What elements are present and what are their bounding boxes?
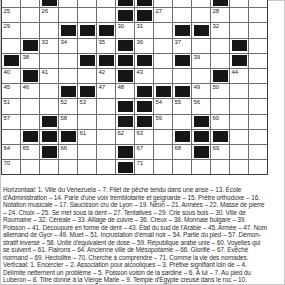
grid-cell[interactable] xyxy=(249,54,267,68)
clue-number: 63 xyxy=(137,130,143,137)
black-cell xyxy=(78,23,96,37)
grid-cell[interactable]: 37 xyxy=(173,39,191,53)
clue-number: 47 xyxy=(99,84,105,91)
grid-cell[interactable] xyxy=(40,54,58,68)
clue-number: 37 xyxy=(175,39,181,46)
grid-cell[interactable]: 66 xyxy=(59,145,77,159)
black-cell xyxy=(2,54,20,68)
grid-cell[interactable] xyxy=(2,0,20,7)
grid-cell[interactable]: 39 xyxy=(192,54,210,68)
grid-cell[interactable] xyxy=(230,130,248,144)
grid-cell[interactable] xyxy=(230,145,248,159)
clue-number: 33 xyxy=(42,39,48,46)
clue-number: 56 xyxy=(194,99,200,106)
grid-cell[interactable] xyxy=(78,0,96,7)
black-cell xyxy=(78,54,96,68)
clue-number: 34 xyxy=(61,39,67,46)
clue-number: 46 xyxy=(23,84,29,91)
grid-cell[interactable] xyxy=(173,69,191,83)
clue-number: 40 xyxy=(4,69,10,76)
clue-number: 48 xyxy=(118,84,124,91)
grid-cell[interactable] xyxy=(154,54,172,68)
grid-cell[interactable] xyxy=(59,69,77,83)
clue-number: 60 xyxy=(213,115,219,122)
crossword-grid: 2526272829303132333435363738394041424344… xyxy=(1,0,268,175)
black-cell xyxy=(135,115,153,129)
grid-cell[interactable]: 31 xyxy=(135,23,153,37)
grid-cell[interactable] xyxy=(249,115,267,129)
grid-cell[interactable] xyxy=(40,84,58,98)
clue-line: se suivent – 61. Flairons – 64. Ancienne… xyxy=(3,246,282,254)
clue-line: allemand de Gyor – 49. Muet – 51. Incrus… xyxy=(3,231,282,239)
grid-cell[interactable] xyxy=(78,39,96,53)
grid-cell[interactable] xyxy=(211,54,229,68)
black-cell xyxy=(230,39,248,53)
grid-cell[interactable] xyxy=(211,160,229,174)
grid-cell[interactable] xyxy=(230,0,248,7)
black-cell xyxy=(116,69,134,83)
grid-cell[interactable] xyxy=(211,99,229,113)
grid-cell[interactable]: 44 xyxy=(230,69,248,83)
grid-cell[interactable]: 64 xyxy=(2,145,20,159)
grid-cell[interactable] xyxy=(249,69,267,83)
clue-number: 39 xyxy=(194,54,200,61)
grid-cell[interactable] xyxy=(40,160,58,174)
black-cell xyxy=(78,84,96,98)
grid-cell[interactable] xyxy=(21,23,39,37)
black-cell xyxy=(135,0,153,7)
grid-cell[interactable]: 45 xyxy=(2,84,20,98)
grid-cell[interactable] xyxy=(154,0,172,7)
grid-cell[interactable]: 42 xyxy=(97,69,115,83)
grid-cell[interactable] xyxy=(230,160,248,174)
black-cell xyxy=(116,160,134,174)
grid-cell[interactable] xyxy=(21,115,39,129)
black-cell xyxy=(135,84,153,98)
grid-cell[interactable]: 51 xyxy=(2,99,20,113)
black-cell xyxy=(192,115,210,129)
black-cell xyxy=(116,8,134,22)
clue-number: 55 xyxy=(175,99,181,106)
clue-line: stratif inversé – 58. Unité d'équivalent… xyxy=(3,239,282,247)
grid-cell[interactable] xyxy=(97,145,115,159)
black-cell xyxy=(211,130,229,144)
grid-cell[interactable]: 52 xyxy=(59,99,77,113)
clue-number: 26 xyxy=(42,8,48,15)
grid-cell[interactable] xyxy=(249,160,267,174)
clue-number: 27 xyxy=(156,8,162,15)
black-cell xyxy=(230,54,248,68)
clue-number: 36 xyxy=(137,39,143,46)
grid-cell[interactable]: 55 xyxy=(173,99,191,113)
clue-number: 38 xyxy=(23,54,29,61)
black-cell xyxy=(192,145,210,159)
grid-cell[interactable] xyxy=(249,0,267,7)
grid-cell[interactable]: 34 xyxy=(59,39,77,53)
clue-number: 57 xyxy=(4,115,10,122)
clue-line: Poisson – 41. Découpure en forme de dent… xyxy=(3,224,282,232)
grid-cell[interactable] xyxy=(97,99,115,113)
black-cell xyxy=(21,39,39,53)
grid-cell[interactable] xyxy=(192,69,210,83)
black-cell xyxy=(21,69,39,83)
grid-cell[interactable]: 53 xyxy=(78,99,96,113)
clue-number: 49 xyxy=(194,84,200,91)
grid-cell[interactable]: 58 xyxy=(59,115,77,129)
crossword-clues: Horizontaal: 1. Ville du Venezuela – 7. … xyxy=(0,186,285,284)
black-cell xyxy=(116,115,134,129)
black-cell xyxy=(40,115,58,129)
grid-cell[interactable] xyxy=(78,160,96,174)
grid-cell[interactable]: 57 xyxy=(2,115,20,129)
black-cell xyxy=(116,0,134,7)
grid-cell[interactable] xyxy=(230,23,248,37)
grid-cell[interactable]: 56 xyxy=(192,99,210,113)
grid-cell[interactable] xyxy=(59,160,77,174)
grid-cell[interactable]: 50 xyxy=(211,84,229,98)
grid-cell[interactable]: 35 xyxy=(97,39,115,53)
grid-cell[interactable] xyxy=(59,0,77,7)
grid-cell[interactable] xyxy=(97,160,115,174)
clue-number: 59 xyxy=(156,115,162,122)
grid-cell[interactable]: 54 xyxy=(154,99,172,113)
black-cell xyxy=(116,145,134,159)
grid-cell[interactable]: 28 xyxy=(211,8,229,22)
grid-cell[interactable]: 61 xyxy=(78,130,96,144)
grid-cell[interactable]: 38 xyxy=(21,54,39,68)
grid-cell[interactable]: 65 xyxy=(21,145,39,159)
grid-cell[interactable]: 26 xyxy=(40,8,58,22)
grid-cell[interactable]: 67 xyxy=(135,145,153,159)
clue-number: 28 xyxy=(213,8,219,15)
black-cell xyxy=(116,54,134,68)
grid-cell[interactable] xyxy=(97,115,115,129)
clue-line: Verticaal: 1. Encercler – 2. Association… xyxy=(3,261,282,269)
grid-cell[interactable]: 36 xyxy=(135,39,153,53)
grid-cell[interactable] xyxy=(230,8,248,22)
grid-cell[interactable] xyxy=(97,8,115,22)
clue-number: 42 xyxy=(99,69,105,76)
grid-cell[interactable] xyxy=(230,115,248,129)
black-cell xyxy=(116,99,134,113)
clue-line: Horizontaal: 1. Ville du Venezuela – 7. … xyxy=(3,186,282,194)
clue-number: 35 xyxy=(99,39,105,46)
grid-cell[interactable] xyxy=(230,99,248,113)
black-cell xyxy=(40,130,58,144)
grid-cell[interactable] xyxy=(78,145,96,159)
crossword-grid-viewport: 2526272829303132333435363738394041424344… xyxy=(1,0,271,181)
clue-number: 53 xyxy=(80,99,86,106)
grid-cell[interactable] xyxy=(249,130,267,144)
grid-cell[interactable]: 71 xyxy=(135,160,153,174)
grid-cell[interactable]: 47 xyxy=(97,84,115,98)
grid-cell[interactable] xyxy=(154,69,172,83)
clue-number: 30 xyxy=(118,23,124,30)
grid-cell[interactable]: 32 xyxy=(211,23,229,37)
grid-cell[interactable] xyxy=(2,39,20,53)
black-cell xyxy=(154,84,172,98)
grid-cell[interactable] xyxy=(249,8,267,22)
grid-cell[interactable] xyxy=(21,0,39,7)
grid-cell[interactable] xyxy=(154,23,172,37)
clue-line: Délimite nettement un problème – 5. Pois… xyxy=(3,269,282,277)
black-cell xyxy=(173,23,191,37)
black-cell xyxy=(211,69,229,83)
grid-cell[interactable] xyxy=(192,8,210,22)
clue-number: 69 xyxy=(213,145,219,152)
clue-number: 44 xyxy=(232,69,238,76)
clue-line: normand – 69. Hectolitre – 70. Cherche à… xyxy=(3,254,282,262)
grid-cell[interactable] xyxy=(230,84,248,98)
black-cell xyxy=(40,0,58,7)
grid-cell[interactable] xyxy=(173,160,191,174)
clue-number: 41 xyxy=(42,69,48,76)
grid-cell[interactable] xyxy=(21,8,39,22)
grid-cell[interactable] xyxy=(154,160,172,174)
black-cell xyxy=(135,54,153,68)
clue-number: 29 xyxy=(4,23,10,30)
clue-line: Roumaine – 32. Céréale – 33. Alliage de … xyxy=(3,216,282,224)
clue-number: 25 xyxy=(4,8,10,15)
grid-cell[interactable] xyxy=(154,145,172,159)
grid-cell[interactable] xyxy=(21,99,39,113)
grid-cell[interactable] xyxy=(211,39,229,53)
grid-cell[interactable]: 43 xyxy=(135,69,153,83)
grid-cell[interactable] xyxy=(173,115,191,129)
grid-cell[interactable]: 63 xyxy=(135,130,153,144)
grid-cell[interactable] xyxy=(78,8,96,22)
clue-number: 64 xyxy=(4,145,10,152)
grid-cell[interactable] xyxy=(97,130,115,144)
clue-number: 43 xyxy=(137,69,143,76)
grid-cell[interactable] xyxy=(21,160,39,174)
grid-cell[interactable] xyxy=(97,0,115,7)
black-cell xyxy=(211,0,229,7)
clue-number: 32 xyxy=(213,23,219,30)
clue-number: 71 xyxy=(137,160,143,167)
grid-cell[interactable] xyxy=(249,145,267,159)
clue-number: 62 xyxy=(118,130,124,137)
black-cell xyxy=(135,8,153,22)
grid-cell[interactable] xyxy=(2,130,20,144)
grid-cell[interactable]: 46 xyxy=(21,84,39,98)
grid-cell[interactable] xyxy=(59,54,77,68)
clue-line: d'Administration – 14. Parle d'une voix … xyxy=(3,194,282,202)
clue-number: 31 xyxy=(137,23,143,30)
grid-cell[interactable] xyxy=(249,99,267,113)
clue-line: – 24. Choix – 25. Se met sous la dent – … xyxy=(3,209,282,217)
clue-number: 65 xyxy=(23,145,29,152)
grid-cell[interactable]: 48 xyxy=(116,84,134,98)
grid-cell[interactable]: 68 xyxy=(173,145,191,159)
clue-number: 68 xyxy=(175,145,181,152)
grid-cell[interactable]: 62 xyxy=(116,130,134,144)
grid-cell[interactable] xyxy=(249,23,267,37)
grid-cell[interactable] xyxy=(78,69,96,83)
grid-cell[interactable] xyxy=(173,8,191,22)
grid-cell[interactable]: 59 xyxy=(154,115,172,129)
black-cell xyxy=(173,54,191,68)
clue-number: 51 xyxy=(4,99,10,106)
clue-number: 66 xyxy=(61,145,67,152)
clue-line: Notation musicale – 17. Saucisson cru de… xyxy=(3,201,282,209)
clue-number: 70 xyxy=(4,160,10,167)
black-cell xyxy=(59,130,77,144)
clue-number: 50 xyxy=(213,84,219,91)
grid-cell[interactable] xyxy=(192,160,210,174)
black-cell xyxy=(173,84,191,98)
clue-number: 58 xyxy=(61,115,67,122)
clue-line: Luberon – 8. Titre donné à la Vierge Mar… xyxy=(3,276,282,284)
grid-cell[interactable]: 30 xyxy=(116,23,134,37)
black-cell xyxy=(59,84,77,98)
grid-cell[interactable]: 27 xyxy=(154,8,172,22)
grid-cell[interactable] xyxy=(249,39,267,53)
grid-cell[interactable] xyxy=(154,39,172,53)
black-cell xyxy=(97,23,115,37)
grid-cell[interactable]: 49 xyxy=(192,84,210,98)
grid-cell[interactable] xyxy=(40,99,58,113)
grid-cell[interactable] xyxy=(40,23,58,37)
grid-cell[interactable]: 40 xyxy=(2,69,20,83)
black-cell xyxy=(59,23,77,37)
grid-cell[interactable]: 25 xyxy=(2,8,20,22)
black-cell xyxy=(173,130,191,144)
grid-cell[interactable]: 60 xyxy=(211,115,229,129)
grid-cell[interactable] xyxy=(192,39,210,53)
grid-cell[interactable] xyxy=(78,115,96,129)
clue-number: 52 xyxy=(61,99,67,106)
black-cell xyxy=(21,130,39,144)
grid-cell[interactable]: 33 xyxy=(40,39,58,53)
black-cell xyxy=(192,23,210,37)
black-cell xyxy=(192,130,210,144)
clue-number: 54 xyxy=(156,99,162,106)
grid-cell[interactable] xyxy=(173,0,191,7)
grid-cell[interactable]: 69 xyxy=(211,145,229,159)
clue-number: 45 xyxy=(4,84,10,91)
clue-number: 61 xyxy=(80,130,86,137)
black-cell xyxy=(135,99,153,113)
grid-cell[interactable]: 41 xyxy=(40,69,58,83)
grid-cell[interactable]: 70 xyxy=(2,160,20,174)
black-cell xyxy=(40,145,58,159)
grid-cell[interactable] xyxy=(154,130,172,144)
grid-cell[interactable]: 29 xyxy=(2,23,20,37)
grid-cell[interactable] xyxy=(59,8,77,22)
grid-cell[interactable] xyxy=(192,0,210,7)
black-cell xyxy=(116,39,134,53)
grid-cell[interactable] xyxy=(249,84,267,98)
black-cell xyxy=(97,54,115,68)
clue-number: 67 xyxy=(137,145,143,152)
